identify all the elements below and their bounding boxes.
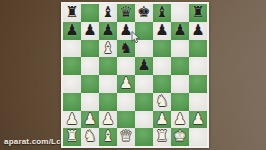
- square-h3[interactable]: [189, 93, 207, 111]
- chess-board: ♜♝♛♚♝♜♟♟♟♟♟♟♟♝♞♟♟♞♟♟♟♟♟♟♜♞♝♛♜♚: [61, 2, 209, 148]
- square-h7[interactable]: ♟: [189, 22, 207, 40]
- piece-black-r-h8[interactable]: ♜: [189, 4, 207, 22]
- square-c8[interactable]: ♝: [99, 4, 117, 22]
- piece-white-p-f2[interactable]: ♟: [153, 111, 171, 129]
- piece-white-p-c2[interactable]: ♟: [99, 111, 117, 129]
- square-h1[interactable]: [189, 128, 207, 146]
- piece-black-p-c7[interactable]: ♟: [99, 22, 117, 40]
- square-e3[interactable]: [135, 93, 153, 111]
- square-f2[interactable]: ♟: [153, 111, 171, 129]
- piece-white-b-c1[interactable]: ♝: [99, 128, 117, 146]
- square-e1[interactable]: [135, 128, 153, 146]
- square-a1[interactable]: ♜: [63, 128, 81, 146]
- square-h2[interactable]: ♟: [189, 111, 207, 129]
- square-e5[interactable]: ♟: [135, 57, 153, 75]
- piece-white-n-f3[interactable]: ♞: [153, 93, 171, 111]
- piece-black-p-f7[interactable]: ♟: [153, 22, 171, 40]
- square-d2[interactable]: [117, 111, 135, 129]
- piece-white-p-h2[interactable]: ♟: [189, 111, 207, 129]
- square-f4[interactable]: [153, 75, 171, 93]
- square-f8[interactable]: ♝: [153, 4, 171, 22]
- square-e8[interactable]: ♚: [135, 4, 153, 22]
- square-b8[interactable]: [81, 4, 99, 22]
- piece-white-b-c6[interactable]: ♝: [99, 40, 117, 58]
- square-f5[interactable]: [153, 57, 171, 75]
- square-b1[interactable]: ♞: [81, 128, 99, 146]
- square-c6[interactable]: ♝: [99, 40, 117, 58]
- square-g8[interactable]: [171, 4, 189, 22]
- piece-black-b-f8[interactable]: ♝: [153, 4, 171, 22]
- square-c4[interactable]: [99, 75, 117, 93]
- square-d5[interactable]: [117, 57, 135, 75]
- piece-black-q-d8[interactable]: ♛: [117, 4, 135, 22]
- piece-black-k-e8[interactable]: ♚: [135, 4, 153, 22]
- square-e4[interactable]: [135, 75, 153, 93]
- square-f6[interactable]: [153, 40, 171, 58]
- piece-white-n-b1[interactable]: ♞: [81, 128, 99, 146]
- piece-white-p-b2[interactable]: ♟: [81, 111, 99, 129]
- square-d3[interactable]: [117, 93, 135, 111]
- square-g7[interactable]: ♟: [171, 22, 189, 40]
- square-h6[interactable]: [189, 40, 207, 58]
- square-b5[interactable]: [81, 57, 99, 75]
- piece-black-p-e5[interactable]: ♟: [135, 57, 153, 75]
- mouse-cursor-icon: [131, 30, 140, 43]
- square-d1[interactable]: ♛: [117, 128, 135, 146]
- piece-white-p-g2[interactable]: ♟: [171, 111, 189, 129]
- square-a2[interactable]: ♟: [63, 111, 81, 129]
- piece-white-p-a2[interactable]: ♟: [63, 111, 81, 129]
- square-h5[interactable]: [189, 57, 207, 75]
- square-a4[interactable]: [63, 75, 81, 93]
- piece-white-r-f1[interactable]: ♜: [153, 128, 171, 146]
- piece-black-b-c8[interactable]: ♝: [99, 4, 117, 22]
- square-a6[interactable]: [63, 40, 81, 58]
- square-g1[interactable]: ♚: [171, 128, 189, 146]
- piece-black-p-h7[interactable]: ♟: [189, 22, 207, 40]
- piece-white-p-d4[interactable]: ♟: [117, 75, 135, 93]
- square-a7[interactable]: ♟: [63, 22, 81, 40]
- square-a5[interactable]: [63, 57, 81, 75]
- square-b4[interactable]: [81, 75, 99, 93]
- square-f7[interactable]: ♟: [153, 22, 171, 40]
- square-c3[interactable]: [99, 93, 117, 111]
- piece-white-q-d1[interactable]: ♛: [117, 128, 135, 146]
- square-b3[interactable]: [81, 93, 99, 111]
- video-frame-background: aparat.com/Lch ♜♝♛♚♝♜♟♟♟♟♟♟♟♝♞♟♟♞♟♟♟♟♟♟♜…: [0, 0, 266, 150]
- square-d8[interactable]: ♛: [117, 4, 135, 22]
- square-b2[interactable]: ♟: [81, 111, 99, 129]
- square-g2[interactable]: ♟: [171, 111, 189, 129]
- square-b7[interactable]: ♟: [81, 22, 99, 40]
- square-d4[interactable]: ♟: [117, 75, 135, 93]
- square-b6[interactable]: [81, 40, 99, 58]
- square-c7[interactable]: ♟: [99, 22, 117, 40]
- square-f3[interactable]: ♞: [153, 93, 171, 111]
- square-c1[interactable]: ♝: [99, 128, 117, 146]
- square-c2[interactable]: ♟: [99, 111, 117, 129]
- piece-white-r-a1[interactable]: ♜: [63, 128, 81, 146]
- watermark-text: aparat.com/Lch: [4, 137, 66, 146]
- square-a3[interactable]: [63, 93, 81, 111]
- piece-white-k-g1[interactable]: ♚: [171, 128, 189, 146]
- square-g4[interactable]: [171, 75, 189, 93]
- piece-black-p-g7[interactable]: ♟: [171, 22, 189, 40]
- square-a8[interactable]: ♜: [63, 4, 81, 22]
- square-h8[interactable]: ♜: [189, 4, 207, 22]
- square-h4[interactable]: [189, 75, 207, 93]
- piece-black-p-a7[interactable]: ♟: [63, 22, 81, 40]
- chess-board-grid: ♜♝♛♚♝♜♟♟♟♟♟♟♟♝♞♟♟♞♟♟♟♟♟♟♜♞♝♛♜♚: [63, 4, 207, 146]
- square-c5[interactable]: [99, 57, 117, 75]
- square-g5[interactable]: [171, 57, 189, 75]
- square-f1[interactable]: ♜: [153, 128, 171, 146]
- square-e2[interactable]: [135, 111, 153, 129]
- piece-black-r-a8[interactable]: ♜: [63, 4, 81, 22]
- square-g3[interactable]: [171, 93, 189, 111]
- piece-black-p-b7[interactable]: ♟: [81, 22, 99, 40]
- square-g6[interactable]: [171, 40, 189, 58]
